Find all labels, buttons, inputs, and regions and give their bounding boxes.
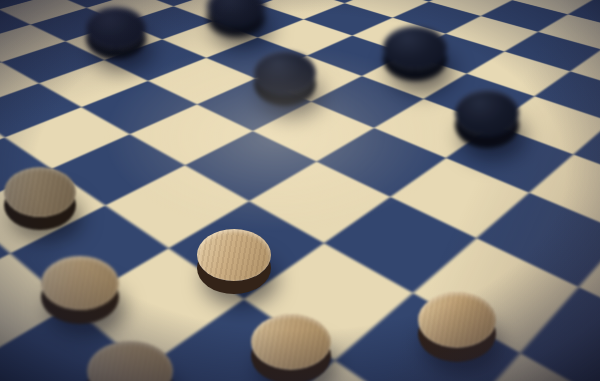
checker-piece-light[interactable] bbox=[41, 256, 119, 310]
checker-piece-light[interactable] bbox=[251, 314, 331, 370]
checker-piece-light[interactable] bbox=[418, 292, 496, 348]
checker-piece-dark[interactable] bbox=[383, 26, 447, 70]
checker-piece-light[interactable] bbox=[87, 341, 173, 381]
checker-piece-dark[interactable] bbox=[455, 90, 519, 136]
checker-piece-light[interactable] bbox=[197, 229, 271, 281]
checker-piece-dark[interactable] bbox=[207, 0, 265, 27]
pieces-layer bbox=[0, 0, 600, 381]
checker-piece-dark[interactable] bbox=[86, 7, 146, 49]
photo-checkers-scene bbox=[0, 0, 600, 381]
checker-piece-light[interactable] bbox=[4, 167, 76, 217]
checker-piece-dark[interactable] bbox=[254, 51, 316, 95]
